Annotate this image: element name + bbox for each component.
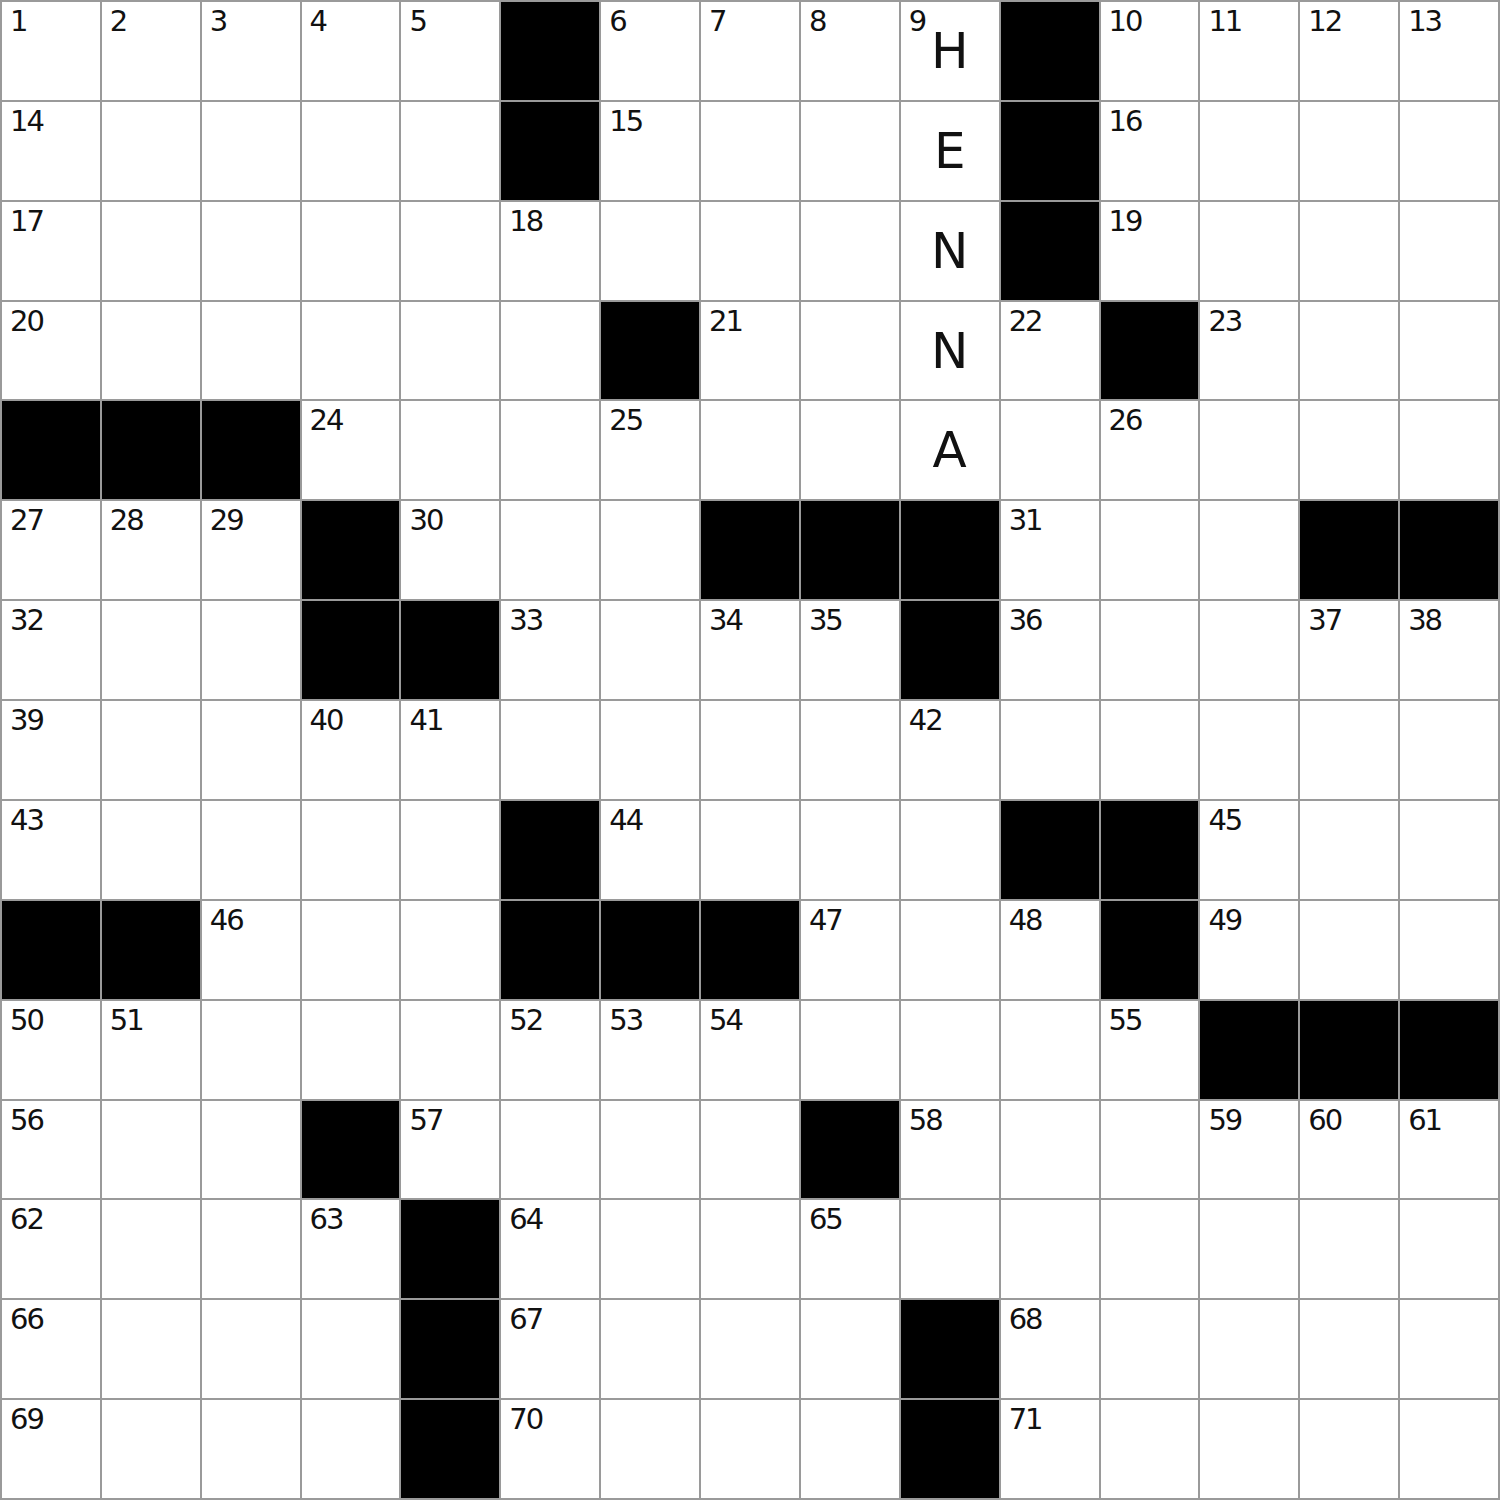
cell-letter: N bbox=[901, 202, 999, 300]
clue-number: 48 bbox=[1009, 906, 1042, 935]
grid-cell-r6c7[interactable] bbox=[601, 501, 699, 599]
grid-cell-r15c11[interactable]: 71 bbox=[1001, 1400, 1099, 1498]
grid-cell-r10c10[interactable] bbox=[901, 901, 999, 999]
grid-cell-r6c10 bbox=[901, 501, 999, 599]
clue-number: 54 bbox=[709, 1006, 742, 1035]
grid-cell-r2c4[interactable] bbox=[302, 102, 400, 200]
grid-cell-r1c9[interactable]: 8 bbox=[801, 2, 899, 100]
grid-cell-r9c11 bbox=[1001, 801, 1099, 899]
grid-cell-r3c7[interactable] bbox=[601, 202, 699, 300]
clue-number: 44 bbox=[609, 806, 642, 835]
grid-cell-r10c1 bbox=[2, 901, 100, 999]
clue-number: 21 bbox=[709, 307, 742, 336]
grid-cell-r15c10 bbox=[901, 1400, 999, 1498]
clue-number: 4 bbox=[310, 7, 326, 36]
clue-number: 16 bbox=[1109, 107, 1142, 136]
grid-cell-r4c1[interactable]: 20 bbox=[2, 302, 100, 400]
grid-cell-r4c11[interactable]: 22 bbox=[1001, 302, 1099, 400]
grid-cell-r3c2[interactable] bbox=[102, 202, 200, 300]
clue-number: 24 bbox=[310, 406, 343, 435]
grid-cell-r5c12[interactable]: 26 bbox=[1101, 401, 1199, 499]
grid-cell-r3c15[interactable] bbox=[1400, 202, 1498, 300]
clue-number: 36 bbox=[1009, 606, 1042, 635]
grid-cell-r9c5[interactable] bbox=[401, 801, 499, 899]
clue-number: 45 bbox=[1208, 806, 1241, 835]
clue-number: 37 bbox=[1308, 606, 1341, 635]
grid-cell-r3c3[interactable] bbox=[202, 202, 300, 300]
grid-cell-r11c11[interactable] bbox=[1001, 1001, 1099, 1099]
clue-number: 32 bbox=[10, 606, 43, 635]
clue-number: 27 bbox=[10, 506, 43, 535]
grid-cell-r7c4 bbox=[302, 601, 400, 699]
grid-cell-r6c15 bbox=[1400, 501, 1498, 599]
grid-cell-r1c4[interactable]: 4 bbox=[302, 2, 400, 100]
grid-cell-r7c15[interactable]: 38 bbox=[1400, 601, 1498, 699]
grid-cell-r3c13[interactable] bbox=[1200, 202, 1298, 300]
clue-number: 58 bbox=[909, 1106, 942, 1135]
grid-cell-r11c3[interactable] bbox=[202, 1001, 300, 1099]
grid-cell-r8c4[interactable]: 40 bbox=[302, 701, 400, 799]
grid-cell-r13c5 bbox=[401, 1200, 499, 1298]
clue-number: 56 bbox=[10, 1106, 43, 1135]
grid-cell-r10c5[interactable] bbox=[401, 901, 499, 999]
grid-cell-r8c6[interactable] bbox=[501, 701, 599, 799]
clue-number: 52 bbox=[509, 1006, 542, 1035]
cell-letter: E bbox=[901, 102, 999, 200]
grid-cell-r6c3[interactable]: 29 bbox=[202, 501, 300, 599]
clue-number: 47 bbox=[809, 906, 842, 935]
grid-cell-r3c8[interactable] bbox=[701, 202, 799, 300]
grid-cell-r13c11[interactable] bbox=[1001, 1200, 1099, 1298]
grid-cell-r2c11 bbox=[1001, 102, 1099, 200]
grid-cell-r11c10[interactable] bbox=[901, 1001, 999, 1099]
clue-number: 68 bbox=[1009, 1305, 1042, 1334]
clue-number: 64 bbox=[509, 1205, 542, 1234]
clue-number: 28 bbox=[110, 506, 143, 535]
grid-cell-r5c15[interactable] bbox=[1400, 401, 1498, 499]
clue-number: 71 bbox=[1009, 1405, 1042, 1434]
grid-cell-r7c1[interactable]: 32 bbox=[2, 601, 100, 699]
grid-cell-r12c3[interactable] bbox=[202, 1101, 300, 1199]
grid-cell-r12c10[interactable]: 58 bbox=[901, 1101, 999, 1199]
grid-cell-r12c13[interactable]: 59 bbox=[1200, 1101, 1298, 1199]
grid-cell-r4c14[interactable] bbox=[1300, 302, 1398, 400]
grid-cell-r11c15 bbox=[1400, 1001, 1498, 1099]
grid-cell-r7c6[interactable]: 33 bbox=[501, 601, 599, 699]
grid-cell-r14c6[interactable]: 67 bbox=[501, 1300, 599, 1398]
grid-cell-r14c5 bbox=[401, 1300, 499, 1398]
grid-cell-r13c2[interactable] bbox=[102, 1200, 200, 1298]
grid-cell-r15c6[interactable]: 70 bbox=[501, 1400, 599, 1498]
grid-cell-r15c14[interactable] bbox=[1300, 1400, 1398, 1498]
grid-cell-r13c3[interactable] bbox=[202, 1200, 300, 1298]
grid-cell-r1c3[interactable]: 3 bbox=[202, 2, 300, 100]
clue-number: 23 bbox=[1208, 307, 1241, 336]
clue-number: 31 bbox=[1009, 506, 1042, 535]
grid-cell-r6c1[interactable]: 27 bbox=[2, 501, 100, 599]
grid-cell-r7c3[interactable] bbox=[202, 601, 300, 699]
grid-cell-r14c4[interactable] bbox=[302, 1300, 400, 1398]
grid-cell-r15c13[interactable] bbox=[1200, 1400, 1298, 1498]
grid-cell-r7c14[interactable]: 37 bbox=[1300, 601, 1398, 699]
grid-cell-r7c9[interactable]: 35 bbox=[801, 601, 899, 699]
grid-cell-r13c13[interactable] bbox=[1200, 1200, 1298, 1298]
grid-cell-r3c10[interactable]: N bbox=[901, 202, 999, 300]
clue-number: 14 bbox=[10, 107, 43, 136]
grid-cell-r4c4[interactable] bbox=[302, 302, 400, 400]
clue-number: 5 bbox=[409, 7, 425, 36]
clue-number: 40 bbox=[310, 706, 343, 735]
clue-number: 39 bbox=[10, 706, 43, 735]
clue-number: 53 bbox=[609, 1006, 642, 1035]
grid-cell-r10c11[interactable]: 48 bbox=[1001, 901, 1099, 999]
clue-number: 30 bbox=[409, 506, 442, 535]
grid-cell-r9c9[interactable] bbox=[801, 801, 899, 899]
clue-number: 60 bbox=[1308, 1106, 1341, 1135]
grid-cell-r11c7[interactable]: 53 bbox=[601, 1001, 699, 1099]
grid-cell-r15c7[interactable] bbox=[601, 1400, 699, 1498]
grid-cell-r8c2[interactable] bbox=[102, 701, 200, 799]
grid-cell-r8c3[interactable] bbox=[202, 701, 300, 799]
clue-number: 63 bbox=[310, 1205, 343, 1234]
clue-number: 10 bbox=[1109, 7, 1142, 36]
cell-letter: A bbox=[901, 401, 999, 499]
grid-cell-r7c13[interactable] bbox=[1200, 601, 1298, 699]
clue-number: 33 bbox=[509, 606, 542, 635]
clue-number: 62 bbox=[10, 1205, 43, 1234]
grid-cell-r1c7[interactable]: 6 bbox=[601, 2, 699, 100]
grid-cell-r14c1[interactable]: 66 bbox=[2, 1300, 100, 1398]
grid-cell-r2c13[interactable] bbox=[1200, 102, 1298, 200]
grid-cell-r14c13[interactable] bbox=[1200, 1300, 1298, 1398]
grid-cell-r14c8[interactable] bbox=[701, 1300, 799, 1398]
grid-cell-r7c7[interactable] bbox=[601, 601, 699, 699]
grid-cell-r8c15[interactable] bbox=[1400, 701, 1498, 799]
grid-cell-r11c8[interactable]: 54 bbox=[701, 1001, 799, 1099]
grid-cell-r6c9 bbox=[801, 501, 899, 599]
clue-number: 26 bbox=[1109, 406, 1142, 435]
grid-cell-r11c9[interactable] bbox=[801, 1001, 899, 1099]
grid-cell-r7c12[interactable] bbox=[1101, 601, 1199, 699]
clue-number: 7 bbox=[709, 7, 725, 36]
grid-cell-r1c15[interactable]: 13 bbox=[1400, 2, 1498, 100]
grid-cell-r14c7[interactable] bbox=[601, 1300, 699, 1398]
grid-cell-r5c10[interactable]: A bbox=[901, 401, 999, 499]
grid-cell-r14c11[interactable]: 68 bbox=[1001, 1300, 1099, 1398]
clue-number: 19 bbox=[1109, 207, 1142, 236]
clue-number: 8 bbox=[809, 7, 825, 36]
grid-cell-r4c3[interactable] bbox=[202, 302, 300, 400]
clue-number: 65 bbox=[809, 1205, 842, 1234]
grid-cell-r6c6[interactable] bbox=[501, 501, 599, 599]
grid-cell-r1c2[interactable]: 2 bbox=[102, 2, 200, 100]
grid-cell-r9c7[interactable]: 44 bbox=[601, 801, 699, 899]
grid-cell-r6c5[interactable]: 30 bbox=[401, 501, 499, 599]
clue-number: 29 bbox=[210, 506, 243, 535]
grid-cell-r1c13[interactable]: 11 bbox=[1200, 2, 1298, 100]
clue-number: 38 bbox=[1408, 606, 1441, 635]
grid-cell-r14c3[interactable] bbox=[202, 1300, 300, 1398]
grid-cell-r5c8[interactable] bbox=[701, 401, 799, 499]
grid-cell-r14c10 bbox=[901, 1300, 999, 1398]
grid-cell-r8c7[interactable] bbox=[601, 701, 699, 799]
grid-cell-r6c4 bbox=[302, 501, 400, 599]
grid-cell-r2c2[interactable] bbox=[102, 102, 200, 200]
grid-cell-r12c1[interactable]: 56 bbox=[2, 1101, 100, 1199]
grid-cell-r7c2[interactable] bbox=[102, 601, 200, 699]
grid-cell-r3c1[interactable]: 17 bbox=[2, 202, 100, 300]
grid-cell-r8c9[interactable] bbox=[801, 701, 899, 799]
grid-cell-r7c11[interactable]: 36 bbox=[1001, 601, 1099, 699]
grid-cell-r3c6[interactable]: 18 bbox=[501, 202, 599, 300]
clue-number: 70 bbox=[509, 1405, 542, 1434]
grid-cell-r3c9[interactable] bbox=[801, 202, 899, 300]
clue-number: 1 bbox=[10, 7, 26, 36]
grid-cell-r6c8 bbox=[701, 501, 799, 599]
grid-cell-r5c4[interactable]: 24 bbox=[302, 401, 400, 499]
clue-number: 69 bbox=[10, 1405, 43, 1434]
grid-cell-r10c3[interactable]: 46 bbox=[202, 901, 300, 999]
grid-cell-r13c4[interactable]: 63 bbox=[302, 1200, 400, 1298]
grid-cell-r9c2[interactable] bbox=[102, 801, 200, 899]
grid-cell-r2c1[interactable]: 14 bbox=[2, 102, 100, 200]
grid-cell-r4c5[interactable] bbox=[401, 302, 499, 400]
clue-number: 13 bbox=[1408, 7, 1441, 36]
clue-number: 25 bbox=[609, 406, 642, 435]
grid-cell-r12c15[interactable]: 61 bbox=[1400, 1101, 1498, 1199]
clue-number: 43 bbox=[10, 806, 43, 835]
clue-number: 41 bbox=[409, 706, 442, 735]
grid-cell-r9c4[interactable] bbox=[302, 801, 400, 899]
grid-cell-r15c9[interactable] bbox=[801, 1400, 899, 1498]
grid-cell-r8c1[interactable]: 39 bbox=[2, 701, 100, 799]
clue-number: 34 bbox=[709, 606, 742, 635]
grid-cell-r9c1[interactable]: 43 bbox=[2, 801, 100, 899]
grid-cell-r2c7[interactable]: 15 bbox=[601, 102, 699, 200]
grid-cell-r1c10[interactable]: 9H bbox=[901, 2, 999, 100]
grid-cell-r7c8[interactable]: 34 bbox=[701, 601, 799, 699]
grid-cell-r13c6[interactable]: 64 bbox=[501, 1200, 599, 1298]
grid-cell-r1c6 bbox=[501, 2, 599, 100]
grid-cell-r14c9[interactable] bbox=[801, 1300, 899, 1398]
grid-cell-r13c1[interactable]: 62 bbox=[2, 1200, 100, 1298]
grid-cell-r5c7[interactable]: 25 bbox=[601, 401, 699, 499]
grid-cell-r14c2[interactable] bbox=[102, 1300, 200, 1398]
grid-cell-r1c11 bbox=[1001, 2, 1099, 100]
grid-cell-r11c13 bbox=[1200, 1001, 1298, 1099]
grid-cell-r13c15[interactable] bbox=[1400, 1200, 1498, 1298]
grid-cell-r5c1 bbox=[2, 401, 100, 499]
grid-cell-r13c8[interactable] bbox=[701, 1200, 799, 1298]
grid-cell-r3c12[interactable]: 19 bbox=[1101, 202, 1199, 300]
grid-cell-r12c14[interactable]: 60 bbox=[1300, 1101, 1398, 1199]
grid-cell-r9c3[interactable] bbox=[202, 801, 300, 899]
grid-cell-r8c8[interactable] bbox=[701, 701, 799, 799]
grid-cell-r12c9 bbox=[801, 1101, 899, 1199]
grid-cell-r11c2[interactable]: 51 bbox=[102, 1001, 200, 1099]
grid-cell-r2c3[interactable] bbox=[202, 102, 300, 200]
grid-cell-r3c5[interactable] bbox=[401, 202, 499, 300]
cell-letter: N bbox=[901, 302, 999, 400]
clue-number: 66 bbox=[10, 1305, 43, 1334]
grid-cell-r6c2[interactable]: 28 bbox=[102, 501, 200, 599]
grid-cell-r9c15[interactable] bbox=[1400, 801, 1498, 899]
clue-number: 11 bbox=[1208, 7, 1241, 36]
grid-cell-r4c6[interactable] bbox=[501, 302, 599, 400]
grid-cell-r8c13[interactable] bbox=[1200, 701, 1298, 799]
clue-number: 2 bbox=[110, 7, 126, 36]
grid-cell-r5c3 bbox=[202, 401, 300, 499]
clue-number: 18 bbox=[509, 207, 542, 236]
grid-cell-r3c14[interactable] bbox=[1300, 202, 1398, 300]
cell-letter: H bbox=[901, 2, 999, 100]
clue-number: 12 bbox=[1308, 7, 1341, 36]
grid-cell-r12c11[interactable] bbox=[1001, 1101, 1099, 1199]
grid-cell-r11c4[interactable] bbox=[302, 1001, 400, 1099]
grid-cell-r2c14[interactable] bbox=[1300, 102, 1398, 200]
grid-cell-r12c6[interactable] bbox=[501, 1101, 599, 1199]
clue-number: 6 bbox=[609, 7, 625, 36]
grid-cell-r15c1[interactable]: 69 bbox=[2, 1400, 100, 1498]
grid-cell-r15c3[interactable] bbox=[202, 1400, 300, 1498]
grid-cell-r6c12[interactable] bbox=[1101, 501, 1199, 599]
grid-cell-r2c12[interactable]: 16 bbox=[1101, 102, 1199, 200]
grid-cell-r5c5[interactable] bbox=[401, 401, 499, 499]
grid-cell-r10c14[interactable] bbox=[1300, 901, 1398, 999]
clue-number: 51 bbox=[110, 1006, 143, 1035]
grid-cell-r10c4[interactable] bbox=[302, 901, 400, 999]
clue-number: 50 bbox=[10, 1006, 43, 1035]
clue-number: 17 bbox=[10, 207, 43, 236]
grid-cell-r5c2 bbox=[102, 401, 200, 499]
grid-cell-r13c7[interactable] bbox=[601, 1200, 699, 1298]
grid-cell-r12c5[interactable]: 57 bbox=[401, 1101, 499, 1199]
grid-cell-r2c15[interactable] bbox=[1400, 102, 1498, 200]
grid-cell-r15c15[interactable] bbox=[1400, 1400, 1498, 1498]
grid-cell-r9c13[interactable]: 45 bbox=[1200, 801, 1298, 899]
grid-cell-r8c11[interactable] bbox=[1001, 701, 1099, 799]
grid-cell-r4c10[interactable]: N bbox=[901, 302, 999, 400]
grid-cell-r4c12 bbox=[1101, 302, 1199, 400]
grid-cell-r15c5 bbox=[401, 1400, 499, 1498]
grid-cell-r2c8[interactable] bbox=[701, 102, 799, 200]
grid-cell-r15c8[interactable] bbox=[701, 1400, 799, 1498]
clue-number: 15 bbox=[609, 107, 642, 136]
grid-cell-r4c13[interactable]: 23 bbox=[1200, 302, 1298, 400]
grid-cell-r12c2[interactable] bbox=[102, 1101, 200, 1199]
grid-cell-r5c13[interactable] bbox=[1200, 401, 1298, 499]
grid-cell-r14c15[interactable] bbox=[1400, 1300, 1498, 1398]
grid-cell-r11c12[interactable]: 55 bbox=[1101, 1001, 1199, 1099]
grid-cell-r4c7 bbox=[601, 302, 699, 400]
clue-number: 55 bbox=[1109, 1006, 1142, 1035]
grid-cell-r10c13[interactable]: 49 bbox=[1200, 901, 1298, 999]
grid-cell-r9c8[interactable] bbox=[701, 801, 799, 899]
grid-cell-r12c8[interactable] bbox=[701, 1101, 799, 1199]
grid-cell-r11c5[interactable] bbox=[401, 1001, 499, 1099]
grid-cell-r4c8[interactable]: 21 bbox=[701, 302, 799, 400]
grid-cell-r13c10[interactable] bbox=[901, 1200, 999, 1298]
grid-cell-r1c14[interactable]: 12 bbox=[1300, 2, 1398, 100]
clue-number: 46 bbox=[210, 906, 243, 935]
clue-number: 42 bbox=[909, 706, 942, 735]
grid-cell-r10c7 bbox=[601, 901, 699, 999]
grid-cell-r7c10 bbox=[901, 601, 999, 699]
grid-cell-r10c6 bbox=[501, 901, 599, 999]
grid-cell-r2c9[interactable] bbox=[801, 102, 899, 200]
grid-cell-r1c8[interactable]: 7 bbox=[701, 2, 799, 100]
grid-cell-r2c10[interactable]: E bbox=[901, 102, 999, 200]
grid-cell-r5c9[interactable] bbox=[801, 401, 899, 499]
grid-cell-r13c14[interactable] bbox=[1300, 1200, 1398, 1298]
crossword-board: 123456789H101112131415E161718N192021N222… bbox=[0, 0, 1500, 1500]
grid-cell-r8c5[interactable]: 41 bbox=[401, 701, 499, 799]
grid-cell-r3c11 bbox=[1001, 202, 1099, 300]
grid-cell-r7c5 bbox=[401, 601, 499, 699]
clue-number: 20 bbox=[10, 307, 43, 336]
grid-cell-r8c14[interactable] bbox=[1300, 701, 1398, 799]
grid-cell-r12c7[interactable] bbox=[601, 1101, 699, 1199]
grid-cell-r9c12 bbox=[1101, 801, 1199, 899]
clue-number: 22 bbox=[1009, 307, 1042, 336]
grid-cell-r6c11[interactable]: 31 bbox=[1001, 501, 1099, 599]
grid-cell-r10c15[interactable] bbox=[1400, 901, 1498, 999]
clue-number: 61 bbox=[1408, 1106, 1441, 1135]
grid-cell-r11c1[interactable]: 50 bbox=[2, 1001, 100, 1099]
grid-cell-r5c11[interactable] bbox=[1001, 401, 1099, 499]
grid-cell-r10c8 bbox=[701, 901, 799, 999]
grid-cell-r15c4[interactable] bbox=[302, 1400, 400, 1498]
grid-cell-r8c10[interactable]: 42 bbox=[901, 701, 999, 799]
clue-number: 59 bbox=[1208, 1106, 1241, 1135]
grid-cell-r2c5[interactable] bbox=[401, 102, 499, 200]
grid-cell-r10c9[interactable]: 47 bbox=[801, 901, 899, 999]
grid-cell-r6c13[interactable] bbox=[1200, 501, 1298, 599]
grid-cell-r15c12[interactable] bbox=[1101, 1400, 1199, 1498]
grid-cell-r14c12[interactable] bbox=[1101, 1300, 1199, 1398]
grid-cell-r12c12[interactable] bbox=[1101, 1101, 1199, 1199]
grid-cell-r5c6[interactable] bbox=[501, 401, 599, 499]
grid-cell-r10c2 bbox=[102, 901, 200, 999]
clue-number: 3 bbox=[210, 7, 226, 36]
grid-cell-r6c14 bbox=[1300, 501, 1398, 599]
grid-cell-r4c2[interactable] bbox=[102, 302, 200, 400]
grid-cell-r1c12[interactable]: 10 bbox=[1101, 2, 1199, 100]
clue-number: 57 bbox=[409, 1106, 442, 1135]
grid-cell-r9c10[interactable] bbox=[901, 801, 999, 899]
grid-cell-r9c6 bbox=[501, 801, 599, 899]
grid-cell-r11c14 bbox=[1300, 1001, 1398, 1099]
clue-number: 49 bbox=[1208, 906, 1241, 935]
grid-cell-r3c4[interactable] bbox=[302, 202, 400, 300]
grid-cell-r14c14[interactable] bbox=[1300, 1300, 1398, 1398]
grid-cell-r9c14[interactable] bbox=[1300, 801, 1398, 899]
grid-cell-r4c15[interactable] bbox=[1400, 302, 1498, 400]
grid-cell-r15c2[interactable] bbox=[102, 1400, 200, 1498]
grid-cell-r10c12 bbox=[1101, 901, 1199, 999]
grid-cell-r1c1[interactable]: 1 bbox=[2, 2, 100, 100]
clue-number: 67 bbox=[509, 1305, 542, 1334]
grid-cell-r1c5[interactable]: 5 bbox=[401, 2, 499, 100]
grid-cell-r8c12[interactable] bbox=[1101, 701, 1199, 799]
grid-cell-r2c6 bbox=[501, 102, 599, 200]
grid-cell-r4c9[interactable] bbox=[801, 302, 899, 400]
clue-number: 35 bbox=[809, 606, 842, 635]
grid-cell-r13c12[interactable] bbox=[1101, 1200, 1199, 1298]
grid-cell-r5c14[interactable] bbox=[1300, 401, 1398, 499]
grid-cell-r13c9[interactable]: 65 bbox=[801, 1200, 899, 1298]
grid-cell-r11c6[interactable]: 52 bbox=[501, 1001, 599, 1099]
